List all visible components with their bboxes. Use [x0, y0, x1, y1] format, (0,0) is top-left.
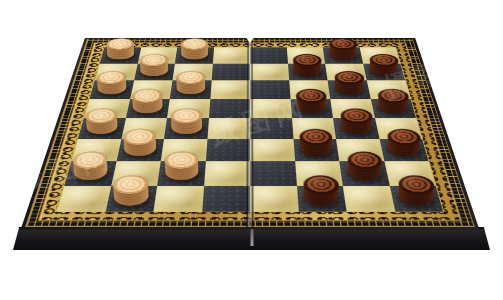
checker-piece-light[interactable] [96, 83, 128, 96]
checker-piece-light[interactable] [180, 50, 208, 62]
checker-piece-light[interactable] [140, 66, 170, 78]
checker-piece-light[interactable] [176, 83, 206, 96]
checker-piece-dark[interactable] [293, 66, 322, 78]
checker-piece-light[interactable] [85, 121, 119, 136]
piece-top [304, 176, 341, 195]
checker-piece-light[interactable] [113, 189, 151, 208]
checker-piece-dark[interactable] [296, 101, 327, 115]
checker-piece-dark[interactable] [396, 189, 435, 208]
checker-piece-light[interactable] [123, 142, 158, 158]
checker-piece-dark[interactable] [376, 101, 409, 115]
board-hinge-seam [248, 38, 252, 227]
checker-piece-dark[interactable] [299, 142, 332, 158]
checker-piece-dark[interactable] [333, 83, 364, 96]
checker-piece-dark[interactable] [368, 66, 399, 78]
checker-piece-light[interactable] [170, 121, 202, 136]
checker-piece-light[interactable] [106, 50, 136, 62]
checker-piece-dark[interactable] [346, 165, 382, 182]
checker-piece-dark[interactable] [303, 189, 339, 208]
checker-piece-dark[interactable] [386, 142, 422, 158]
checker-piece-light[interactable] [132, 101, 164, 115]
checkers-board [21, 38, 480, 229]
checker-piece-light[interactable] [72, 165, 109, 182]
checker-piece-light[interactable] [164, 165, 199, 182]
piece-top [293, 54, 322, 66]
perspective-scene [0, 0, 503, 300]
board-photo: 摄图网 摄图网 摄图网 [0, 0, 503, 300]
piece-top [300, 129, 334, 145]
piece-top [296, 89, 327, 103]
checker-piece-dark[interactable] [328, 50, 357, 62]
checker-piece-dark[interactable] [339, 121, 372, 136]
